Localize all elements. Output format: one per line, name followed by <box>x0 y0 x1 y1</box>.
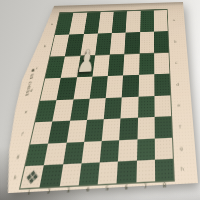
square-h7[interactable] <box>136 160 155 182</box>
square-a5[interactable] <box>112 11 127 33</box>
file-label-right-e: e <box>172 102 186 108</box>
square-a7[interactable] <box>140 10 154 32</box>
photo-scene: ♟❖ ◉ US CHESS 12345678abcdefghabcdefgh <box>0 0 200 200</box>
file-label-right-b: b <box>169 39 181 43</box>
rank-label-bottom-1: 1 <box>19 188 40 196</box>
board-shadow-wrap: ♟❖ ◉ US CHESS 12345678abcdefghabcdefgh <box>0 0 200 200</box>
square-e6[interactable] <box>121 96 138 118</box>
square-a6[interactable] <box>126 11 141 33</box>
square-e5[interactable] <box>104 97 122 119</box>
square-g6[interactable] <box>118 139 137 161</box>
rank-label-bottom-7: 7 <box>136 182 155 190</box>
vinyl-chess-board: ♟❖ ◉ US CHESS 12345678abcdefghabcdefgh <box>8 2 198 193</box>
file-label-right-c: c <box>170 60 182 65</box>
square-b6[interactable] <box>125 32 140 54</box>
file-label-left-g: g <box>13 152 23 158</box>
square-f5[interactable] <box>102 119 121 141</box>
square-b7[interactable] <box>139 32 154 54</box>
square-g4[interactable] <box>81 141 101 164</box>
square-d5[interactable] <box>106 76 123 98</box>
square-f4[interactable] <box>84 119 104 141</box>
file-label-left-f: f <box>18 131 28 137</box>
square-g5[interactable] <box>100 140 120 162</box>
square-d7[interactable] <box>138 74 154 96</box>
file-label-right-f: f <box>173 123 187 129</box>
square-f6[interactable] <box>119 118 137 140</box>
rank-label-bottom-3: 3 <box>58 186 78 194</box>
file-label-left-h: h <box>10 174 20 181</box>
rank-label-bottom-6: 6 <box>116 183 135 191</box>
square-c3[interactable]: ♟ <box>77 55 95 77</box>
file-label-right-h: h <box>175 165 190 172</box>
file-label-right-a: a <box>168 18 179 22</box>
square-c5[interactable] <box>108 54 125 76</box>
square-e7[interactable] <box>138 96 155 118</box>
file-label-right-g: g <box>174 145 189 152</box>
square-c8[interactable] <box>154 53 169 75</box>
square-e4[interactable] <box>87 98 106 120</box>
square-f8[interactable] <box>154 116 172 138</box>
square-h5[interactable] <box>98 162 118 184</box>
square-h8[interactable] <box>155 159 174 181</box>
square-f7[interactable] <box>137 117 155 139</box>
file-label-left-a: a <box>48 22 55 26</box>
file-label-left-e: e <box>21 109 30 114</box>
square-c7[interactable] <box>139 53 154 75</box>
square-e8[interactable] <box>154 95 171 117</box>
square-c6[interactable] <box>123 54 139 76</box>
file-label-left-b: b <box>41 44 49 48</box>
square-a8[interactable] <box>154 10 168 32</box>
rank-label-bottom-2: 2 <box>38 187 59 195</box>
square-h4[interactable] <box>79 163 100 186</box>
square-d6[interactable] <box>122 75 139 97</box>
square-b5[interactable] <box>110 33 126 55</box>
rank-label-bottom-8: 8 <box>155 181 174 189</box>
square-d8[interactable] <box>154 74 170 96</box>
square-g7[interactable] <box>136 139 154 161</box>
square-g8[interactable] <box>155 138 173 160</box>
square-h6[interactable] <box>117 161 137 183</box>
square-b8[interactable] <box>154 31 169 53</box>
rank-label-bottom-5: 5 <box>97 184 117 192</box>
file-label-right-d: d <box>171 81 184 86</box>
rank-label-bottom-4: 4 <box>78 185 98 193</box>
